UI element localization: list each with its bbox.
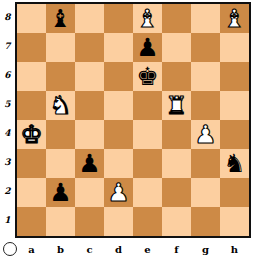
square-b7[interactable] bbox=[46, 33, 75, 62]
white-to-move-indicator-icon bbox=[3, 242, 17, 256]
square-g6[interactable] bbox=[191, 62, 220, 91]
square-d4[interactable] bbox=[104, 120, 133, 149]
square-e6[interactable]: ♚ bbox=[133, 62, 162, 91]
square-d3[interactable] bbox=[104, 149, 133, 178]
square-h3[interactable]: ♞ bbox=[220, 149, 249, 178]
square-d6[interactable] bbox=[104, 62, 133, 91]
square-c3[interactable]: ♟ bbox=[75, 149, 104, 178]
square-e3[interactable] bbox=[133, 149, 162, 178]
piece-white-king[interactable]: ♚ bbox=[20, 120, 42, 149]
square-f3[interactable] bbox=[162, 149, 191, 178]
square-f1[interactable] bbox=[162, 207, 191, 236]
square-h6[interactable] bbox=[220, 62, 249, 91]
rank-label-4: 4 bbox=[0, 118, 15, 147]
square-e5[interactable] bbox=[133, 91, 162, 120]
square-h5[interactable] bbox=[220, 91, 249, 120]
rank-label-1: 1 bbox=[0, 205, 15, 234]
file-label-d: d bbox=[104, 243, 133, 256]
square-a2[interactable] bbox=[17, 178, 46, 207]
square-g4[interactable]: ♟ bbox=[191, 120, 220, 149]
square-a1[interactable] bbox=[17, 207, 46, 236]
file-label-h: h bbox=[220, 243, 249, 256]
rank-label-5: 5 bbox=[0, 89, 15, 118]
square-f6[interactable] bbox=[162, 62, 191, 91]
piece-black-pawn[interactable]: ♟ bbox=[49, 178, 71, 207]
square-g5[interactable] bbox=[191, 91, 220, 120]
rank-labels: 87654321 bbox=[0, 2, 15, 234]
rank-label-8: 8 bbox=[0, 2, 15, 31]
file-label-g: g bbox=[191, 243, 220, 256]
square-g2[interactable] bbox=[191, 178, 220, 207]
file-labels: abcdefgh bbox=[17, 243, 249, 256]
square-a4[interactable]: ♚ bbox=[17, 120, 46, 149]
square-h4[interactable] bbox=[220, 120, 249, 149]
square-a7[interactable] bbox=[17, 33, 46, 62]
square-b5[interactable]: ♞ bbox=[46, 91, 75, 120]
square-g1[interactable] bbox=[191, 207, 220, 236]
square-f8[interactable] bbox=[162, 4, 191, 33]
piece-white-knight[interactable]: ♞ bbox=[49, 91, 71, 120]
square-f5[interactable]: ♜ bbox=[162, 91, 191, 120]
square-a8[interactable] bbox=[17, 4, 46, 33]
square-a3[interactable] bbox=[17, 149, 46, 178]
piece-white-rook[interactable]: ♜ bbox=[165, 91, 187, 120]
square-b6[interactable] bbox=[46, 62, 75, 91]
square-d2[interactable]: ♟ bbox=[104, 178, 133, 207]
square-d5[interactable] bbox=[104, 91, 133, 120]
square-d1[interactable] bbox=[104, 207, 133, 236]
square-e2[interactable] bbox=[133, 178, 162, 207]
rank-label-2: 2 bbox=[0, 176, 15, 205]
square-a6[interactable] bbox=[17, 62, 46, 91]
file-label-b: b bbox=[46, 243, 75, 256]
square-e4[interactable] bbox=[133, 120, 162, 149]
square-d8[interactable] bbox=[104, 4, 133, 33]
square-h1[interactable] bbox=[220, 207, 249, 236]
square-b3[interactable] bbox=[46, 149, 75, 178]
square-h2[interactable] bbox=[220, 178, 249, 207]
rank-label-7: 7 bbox=[0, 31, 15, 60]
piece-white-pawn[interactable]: ♟ bbox=[107, 178, 129, 207]
square-f4[interactable] bbox=[162, 120, 191, 149]
square-d7[interactable] bbox=[104, 33, 133, 62]
square-b2[interactable]: ♟ bbox=[46, 178, 75, 207]
rank-label-6: 6 bbox=[0, 60, 15, 89]
square-g3[interactable] bbox=[191, 149, 220, 178]
file-label-c: c bbox=[75, 243, 104, 256]
square-c7[interactable] bbox=[75, 33, 104, 62]
square-g8[interactable] bbox=[191, 4, 220, 33]
square-e7[interactable]: ♟ bbox=[133, 33, 162, 62]
square-b4[interactable] bbox=[46, 120, 75, 149]
square-h8[interactable]: ♝ bbox=[220, 4, 249, 33]
square-c6[interactable] bbox=[75, 62, 104, 91]
square-b8[interactable]: ♝ bbox=[46, 4, 75, 33]
square-f7[interactable] bbox=[162, 33, 191, 62]
piece-black-king[interactable]: ♚ bbox=[136, 62, 158, 91]
square-e8[interactable]: ♝ bbox=[133, 4, 162, 33]
square-a5[interactable] bbox=[17, 91, 46, 120]
square-b1[interactable] bbox=[46, 207, 75, 236]
square-e1[interactable] bbox=[133, 207, 162, 236]
rank-label-3: 3 bbox=[0, 147, 15, 176]
piece-white-pawn[interactable]: ♟ bbox=[194, 120, 216, 149]
square-c2[interactable] bbox=[75, 178, 104, 207]
square-f2[interactable] bbox=[162, 178, 191, 207]
square-c4[interactable] bbox=[75, 120, 104, 149]
chess-board: ♝♝♝♟♚♞♜♚♟♟♞♟♟ bbox=[15, 2, 251, 238]
square-c5[interactable] bbox=[75, 91, 104, 120]
piece-white-bishop[interactable]: ♝ bbox=[136, 4, 158, 33]
piece-black-pawn[interactable]: ♟ bbox=[78, 149, 100, 178]
piece-white-bishop[interactable]: ♝ bbox=[223, 4, 245, 33]
piece-black-knight[interactable]: ♞ bbox=[223, 149, 245, 178]
file-label-f: f bbox=[162, 243, 191, 256]
square-c1[interactable] bbox=[75, 207, 104, 236]
file-label-a: a bbox=[17, 243, 46, 256]
square-c8[interactable] bbox=[75, 4, 104, 33]
square-h7[interactable] bbox=[220, 33, 249, 62]
piece-black-bishop[interactable]: ♝ bbox=[49, 4, 71, 33]
square-g7[interactable] bbox=[191, 33, 220, 62]
file-label-e: e bbox=[133, 243, 162, 256]
piece-black-pawn[interactable]: ♟ bbox=[136, 33, 158, 62]
chess-diagram: 87654321 ♝♝♝♟♚♞♜♚♟♟♞♟♟ abcdefgh bbox=[0, 0, 257, 257]
